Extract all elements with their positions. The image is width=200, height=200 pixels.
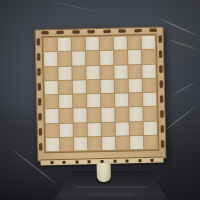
square-g3[interactable] xyxy=(129,107,142,121)
stand-highlight xyxy=(75,186,148,188)
joint-slot xyxy=(103,30,110,33)
joint-slot xyxy=(39,128,42,135)
square-b7[interactable] xyxy=(58,52,71,66)
joint-slot xyxy=(159,36,162,43)
joint-slot xyxy=(57,31,64,34)
square-f2[interactable] xyxy=(116,122,129,136)
joint-slot xyxy=(134,29,141,32)
square-h4[interactable] xyxy=(143,93,156,107)
square-e3[interactable] xyxy=(101,108,114,122)
square-f3[interactable] xyxy=(115,108,128,122)
square-d2[interactable] xyxy=(88,123,101,137)
joint-slot xyxy=(161,141,164,148)
square-f7[interactable] xyxy=(114,51,127,65)
square-b5[interactable] xyxy=(59,80,72,94)
joint-slot xyxy=(37,68,40,75)
square-c2[interactable] xyxy=(74,123,87,137)
square-b8[interactable] xyxy=(58,38,71,52)
joint-slot xyxy=(72,30,79,33)
comb-gap xyxy=(63,161,66,164)
joint-slot xyxy=(42,31,49,34)
square-c3[interactable] xyxy=(73,109,86,123)
square-b2[interactable] xyxy=(60,123,73,137)
square-f8[interactable] xyxy=(114,36,127,50)
square-g4[interactable] xyxy=(129,93,142,107)
chessboard xyxy=(35,27,167,162)
square-e2[interactable] xyxy=(102,122,115,136)
square-a1[interactable] xyxy=(46,138,59,152)
square-b3[interactable] xyxy=(59,109,72,123)
marble-vein xyxy=(170,80,198,97)
square-f4[interactable] xyxy=(115,93,128,107)
square-b4[interactable] xyxy=(59,95,72,109)
square-g2[interactable] xyxy=(130,122,143,136)
square-f5[interactable] xyxy=(115,79,128,93)
square-d4[interactable] xyxy=(87,94,100,108)
board-frame xyxy=(42,34,160,154)
comb-gap xyxy=(126,159,129,162)
finger-joint-slots-right xyxy=(159,36,165,148)
scene xyxy=(0,0,200,200)
comb-gap xyxy=(138,159,141,162)
stand-highlight xyxy=(88,193,134,196)
square-a5[interactable] xyxy=(45,81,58,95)
joint-slot xyxy=(88,30,95,33)
marble-vein xyxy=(47,0,102,13)
joint-slot xyxy=(160,111,163,118)
square-c4[interactable] xyxy=(73,94,86,108)
square-h2[interactable] xyxy=(144,121,157,135)
square-g6[interactable] xyxy=(128,65,141,79)
square-a3[interactable] xyxy=(45,109,58,123)
chess-grid xyxy=(44,36,158,151)
square-c8[interactable] xyxy=(72,37,85,51)
joint-slot xyxy=(37,53,40,60)
square-g8[interactable] xyxy=(128,36,141,50)
comb-gap xyxy=(151,159,154,162)
square-h1[interactable] xyxy=(144,135,157,149)
square-h5[interactable] xyxy=(143,78,156,92)
square-e5[interactable] xyxy=(101,79,114,93)
square-c7[interactable] xyxy=(72,52,85,66)
clasp-tab xyxy=(97,163,111,182)
joint-slot xyxy=(119,29,126,32)
square-f1[interactable] xyxy=(116,136,129,150)
marble-vein xyxy=(158,18,200,38)
square-d5[interactable] xyxy=(87,80,100,94)
square-h6[interactable] xyxy=(142,64,155,78)
dark-stand-below-board xyxy=(54,171,168,200)
square-e7[interactable] xyxy=(100,51,113,65)
comb-gap xyxy=(113,160,116,163)
square-d7[interactable] xyxy=(86,51,99,65)
joint-slot xyxy=(160,81,163,88)
square-e6[interactable] xyxy=(100,65,113,79)
joint-slot xyxy=(38,113,41,120)
square-e4[interactable] xyxy=(101,94,114,108)
square-a4[interactable] xyxy=(45,95,58,109)
square-c1[interactable] xyxy=(74,137,87,151)
square-a8[interactable] xyxy=(44,38,57,52)
square-g5[interactable] xyxy=(129,79,142,93)
square-e1[interactable] xyxy=(102,136,115,150)
square-d8[interactable] xyxy=(86,37,99,51)
square-d6[interactable] xyxy=(86,66,99,80)
comb-gap xyxy=(50,161,53,164)
joint-slot xyxy=(39,143,42,150)
square-d3[interactable] xyxy=(87,108,100,122)
square-g7[interactable] xyxy=(128,50,141,64)
joint-slot xyxy=(160,96,163,103)
square-h8[interactable] xyxy=(142,36,155,50)
joint-slot xyxy=(149,29,156,32)
marble-vein xyxy=(161,103,199,133)
joint-slot xyxy=(161,126,164,133)
comb-gap xyxy=(88,160,91,163)
square-c5[interactable] xyxy=(73,80,86,94)
square-h3[interactable] xyxy=(143,107,156,121)
marble-vein xyxy=(165,38,200,51)
square-c6[interactable] xyxy=(72,66,85,80)
square-a6[interactable] xyxy=(44,66,57,80)
joint-slot xyxy=(38,98,41,105)
comb-gap xyxy=(75,161,78,164)
square-f6[interactable] xyxy=(114,65,127,79)
square-h7[interactable] xyxy=(142,50,155,64)
square-g1[interactable] xyxy=(130,136,143,150)
joint-slot xyxy=(159,51,162,58)
square-e8[interactable] xyxy=(100,37,113,51)
square-b6[interactable] xyxy=(58,66,71,80)
joint-slot xyxy=(159,66,162,73)
square-a2[interactable] xyxy=(46,123,59,137)
square-a7[interactable] xyxy=(44,52,57,66)
square-d1[interactable] xyxy=(88,137,101,151)
square-b1[interactable] xyxy=(60,137,73,151)
joint-slot xyxy=(37,38,40,45)
joint-slot xyxy=(38,83,41,90)
